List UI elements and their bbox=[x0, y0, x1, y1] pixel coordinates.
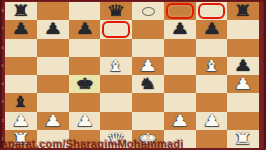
black-rook-h8[interactable]: ♜ bbox=[222, 2, 264, 20]
square-g6[interactable] bbox=[196, 39, 228, 57]
square-c3[interactable] bbox=[69, 93, 101, 111]
square-g2[interactable]: ♟ bbox=[196, 112, 228, 130]
black-knight-e4[interactable]: ♞ bbox=[127, 75, 169, 93]
square-a1[interactable]: ♜ bbox=[5, 130, 37, 148]
square-b5[interactable] bbox=[37, 57, 69, 75]
rank-label-2: 2 bbox=[0, 112, 5, 130]
white-king-e1[interactable]: ♚ bbox=[127, 130, 169, 148]
red-highlight-d7 bbox=[102, 21, 130, 37]
black-queen-d8[interactable]: ♛ bbox=[95, 2, 137, 20]
black-pawn-h5[interactable]: ♟ bbox=[222, 57, 264, 75]
rank-label-7: 7 bbox=[0, 20, 5, 38]
rank-label-1: 1 bbox=[0, 130, 5, 148]
red-highlight-f8 bbox=[166, 3, 194, 19]
square-f6[interactable] bbox=[164, 39, 196, 57]
square-f8[interactable] bbox=[164, 2, 196, 20]
square-h6[interactable] bbox=[227, 39, 259, 57]
chess-app-frame: 87654321 ♜♛♜♟♟♟♟♟♝♟♝♟♚♞♟♝♟♟♟♟♟♜♛♚♜ apara… bbox=[0, 0, 266, 150]
chess-board: ♜♛♜♟♟♟♟♟♝♟♝♟♚♞♟♝♟♟♟♟♟♜♛♚♜ bbox=[5, 2, 259, 148]
square-h3[interactable] bbox=[227, 93, 259, 111]
black-king-c4[interactable]: ♚ bbox=[63, 75, 105, 93]
white-pawn-e5[interactable]: ♟ bbox=[127, 57, 169, 75]
square-c2[interactable]: ♟ bbox=[69, 112, 101, 130]
rank-label-3: 3 bbox=[0, 93, 5, 111]
square-e3[interactable] bbox=[132, 93, 164, 111]
square-e4[interactable]: ♞ bbox=[132, 75, 164, 93]
square-b6[interactable] bbox=[37, 39, 69, 57]
square-h4[interactable]: ♟ bbox=[227, 75, 259, 93]
rank-label-6: 6 bbox=[0, 39, 5, 57]
square-c4[interactable]: ♚ bbox=[69, 75, 101, 93]
square-e1[interactable]: ♚ bbox=[132, 130, 164, 148]
square-f3[interactable] bbox=[164, 93, 196, 111]
square-a3[interactable]: ♝ bbox=[5, 93, 37, 111]
white-pawn-g2[interactable]: ♟ bbox=[190, 112, 232, 130]
square-h8[interactable]: ♜ bbox=[227, 2, 259, 20]
black-pawn-g7[interactable]: ♟ bbox=[190, 20, 232, 38]
square-e6[interactable] bbox=[132, 39, 164, 57]
square-c6[interactable] bbox=[69, 39, 101, 57]
square-g3[interactable] bbox=[196, 93, 228, 111]
rank-label-5: 5 bbox=[0, 57, 5, 75]
black-bishop-a3[interactable]: ♝ bbox=[0, 93, 42, 111]
square-c7[interactable]: ♟ bbox=[69, 20, 101, 38]
square-d6[interactable] bbox=[100, 39, 132, 57]
square-h1[interactable]: ♜ bbox=[227, 130, 259, 148]
square-a6[interactable] bbox=[5, 39, 37, 57]
rank-label-8: 8 bbox=[0, 2, 5, 20]
square-d8[interactable]: ♛ bbox=[100, 2, 132, 20]
square-g7[interactable]: ♟ bbox=[196, 20, 228, 38]
square-a4[interactable] bbox=[5, 75, 37, 93]
square-a8[interactable]: ♜ bbox=[5, 2, 37, 20]
square-h5[interactable]: ♟ bbox=[227, 57, 259, 75]
frame-bottom-edge bbox=[0, 148, 266, 150]
white-rook-a1[interactable]: ♜ bbox=[0, 130, 42, 148]
rank-labels-column: 87654321 bbox=[0, 2, 5, 148]
circle-marker-e8 bbox=[142, 7, 155, 16]
white-rook-h1[interactable]: ♜ bbox=[222, 130, 264, 148]
square-e5[interactable]: ♟ bbox=[132, 57, 164, 75]
black-rook-a8[interactable]: ♜ bbox=[0, 2, 42, 20]
square-a5[interactable] bbox=[5, 57, 37, 75]
rank-label-4: 4 bbox=[0, 75, 5, 93]
square-d3[interactable] bbox=[100, 93, 132, 111]
white-pawn-h4[interactable]: ♟ bbox=[222, 75, 264, 93]
white-pawn-c2[interactable]: ♟ bbox=[63, 112, 105, 130]
black-pawn-c7[interactable]: ♟ bbox=[63, 20, 105, 38]
